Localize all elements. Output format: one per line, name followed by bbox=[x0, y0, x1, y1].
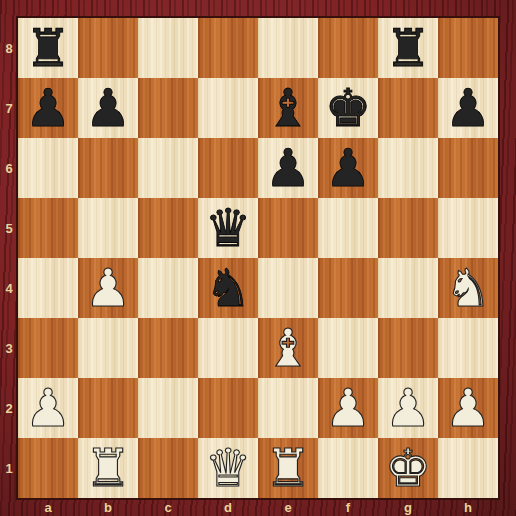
square-e4[interactable] bbox=[258, 258, 318, 318]
square-h8[interactable] bbox=[438, 18, 498, 78]
square-d3[interactable] bbox=[198, 318, 258, 378]
piece-white-pawn-g2[interactable]: ♟ bbox=[385, 382, 432, 434]
square-g1[interactable]: ♚ bbox=[378, 438, 438, 498]
piece-white-rook-e1[interactable]: ♜ bbox=[265, 442, 312, 494]
square-h6[interactable] bbox=[438, 138, 498, 198]
square-e3[interactable]: ♝ bbox=[258, 318, 318, 378]
square-d2[interactable] bbox=[198, 378, 258, 438]
square-c2[interactable] bbox=[138, 378, 198, 438]
rank-label-8: 8 bbox=[0, 18, 18, 78]
piece-white-queen-d1[interactable]: ♛ bbox=[205, 442, 252, 494]
square-h1[interactable] bbox=[438, 438, 498, 498]
file-label-c: c bbox=[138, 498, 198, 516]
square-a5[interactable] bbox=[18, 198, 78, 258]
file-label-a: a bbox=[18, 498, 78, 516]
piece-black-pawn-a7[interactable]: ♟ bbox=[25, 82, 72, 134]
square-c6[interactable] bbox=[138, 138, 198, 198]
square-a3[interactable] bbox=[18, 318, 78, 378]
piece-black-pawn-f6[interactable]: ♟ bbox=[325, 142, 372, 194]
rank-label-2: 2 bbox=[0, 378, 18, 438]
square-f2[interactable]: ♟ bbox=[318, 378, 378, 438]
square-g2[interactable]: ♟ bbox=[378, 378, 438, 438]
square-e5[interactable] bbox=[258, 198, 318, 258]
file-label-d: d bbox=[198, 498, 258, 516]
rank-label-1: 1 bbox=[0, 438, 18, 498]
piece-black-rook-a8[interactable]: ♜ bbox=[25, 22, 72, 74]
square-g7[interactable] bbox=[378, 78, 438, 138]
square-f8[interactable] bbox=[318, 18, 378, 78]
square-d7[interactable] bbox=[198, 78, 258, 138]
file-label-b: b bbox=[78, 498, 138, 516]
square-b8[interactable] bbox=[78, 18, 138, 78]
square-f4[interactable] bbox=[318, 258, 378, 318]
square-a2[interactable]: ♟ bbox=[18, 378, 78, 438]
square-h5[interactable] bbox=[438, 198, 498, 258]
piece-white-bishop-e3[interactable]: ♝ bbox=[265, 322, 312, 374]
square-g5[interactable] bbox=[378, 198, 438, 258]
rank-labels: 87654321 bbox=[0, 18, 18, 498]
piece-black-queen-d5[interactable]: ♛ bbox=[205, 202, 252, 254]
square-e1[interactable]: ♜ bbox=[258, 438, 318, 498]
square-d1[interactable]: ♛ bbox=[198, 438, 258, 498]
square-b1[interactable]: ♜ bbox=[78, 438, 138, 498]
square-a6[interactable] bbox=[18, 138, 78, 198]
square-e2[interactable] bbox=[258, 378, 318, 438]
square-b4[interactable]: ♟ bbox=[78, 258, 138, 318]
square-e6[interactable]: ♟ bbox=[258, 138, 318, 198]
piece-white-pawn-f2[interactable]: ♟ bbox=[325, 382, 372, 434]
square-c4[interactable] bbox=[138, 258, 198, 318]
square-d5[interactable]: ♛ bbox=[198, 198, 258, 258]
file-label-e: e bbox=[258, 498, 318, 516]
square-h2[interactable]: ♟ bbox=[438, 378, 498, 438]
square-a7[interactable]: ♟ bbox=[18, 78, 78, 138]
square-g4[interactable] bbox=[378, 258, 438, 318]
piece-black-pawn-e6[interactable]: ♟ bbox=[265, 142, 312, 194]
square-b7[interactable]: ♟ bbox=[78, 78, 138, 138]
piece-black-pawn-b7[interactable]: ♟ bbox=[85, 82, 132, 134]
rank-label-6: 6 bbox=[0, 138, 18, 198]
piece-white-pawn-h2[interactable]: ♟ bbox=[445, 382, 492, 434]
piece-white-pawn-a2[interactable]: ♟ bbox=[25, 382, 72, 434]
chess-board-frame: 87654321 abcdefgh ♜♜♟♟♝♚♟♟♟♛♟♞♞♝♟♟♟♟♜♛♜♚ bbox=[0, 0, 516, 516]
piece-black-bishop-e7[interactable]: ♝ bbox=[265, 82, 312, 134]
rank-label-5: 5 bbox=[0, 198, 18, 258]
piece-black-pawn-h7[interactable]: ♟ bbox=[445, 82, 492, 134]
piece-black-king-f7[interactable]: ♚ bbox=[325, 82, 372, 134]
square-f7[interactable]: ♚ bbox=[318, 78, 378, 138]
square-d6[interactable] bbox=[198, 138, 258, 198]
square-g8[interactable]: ♜ bbox=[378, 18, 438, 78]
square-a8[interactable]: ♜ bbox=[18, 18, 78, 78]
square-a4[interactable] bbox=[18, 258, 78, 318]
square-e8[interactable] bbox=[258, 18, 318, 78]
square-g6[interactable] bbox=[378, 138, 438, 198]
square-h4[interactable]: ♞ bbox=[438, 258, 498, 318]
square-c1[interactable] bbox=[138, 438, 198, 498]
square-g3[interactable] bbox=[378, 318, 438, 378]
chess-board: ♜♜♟♟♝♚♟♟♟♛♟♞♞♝♟♟♟♟♜♛♜♚ bbox=[18, 18, 498, 498]
square-c3[interactable] bbox=[138, 318, 198, 378]
square-b6[interactable] bbox=[78, 138, 138, 198]
rank-label-3: 3 bbox=[0, 318, 18, 378]
square-c5[interactable] bbox=[138, 198, 198, 258]
piece-black-rook-g8[interactable]: ♜ bbox=[385, 22, 432, 74]
square-b5[interactable] bbox=[78, 198, 138, 258]
square-d8[interactable] bbox=[198, 18, 258, 78]
square-b3[interactable] bbox=[78, 318, 138, 378]
piece-white-king-g1[interactable]: ♚ bbox=[385, 442, 432, 494]
square-c8[interactable] bbox=[138, 18, 198, 78]
rank-label-7: 7 bbox=[0, 78, 18, 138]
square-h3[interactable] bbox=[438, 318, 498, 378]
square-d4[interactable]: ♞ bbox=[198, 258, 258, 318]
square-f6[interactable]: ♟ bbox=[318, 138, 378, 198]
square-c7[interactable] bbox=[138, 78, 198, 138]
square-e7[interactable]: ♝ bbox=[258, 78, 318, 138]
square-f5[interactable] bbox=[318, 198, 378, 258]
piece-white-pawn-b4[interactable]: ♟ bbox=[85, 262, 132, 314]
square-h7[interactable]: ♟ bbox=[438, 78, 498, 138]
square-f1[interactable] bbox=[318, 438, 378, 498]
rank-label-4: 4 bbox=[0, 258, 18, 318]
piece-black-knight-d4[interactable]: ♞ bbox=[205, 262, 252, 314]
file-label-f: f bbox=[318, 498, 378, 516]
square-f3[interactable] bbox=[318, 318, 378, 378]
file-label-h: h bbox=[438, 498, 498, 516]
file-labels: abcdefgh bbox=[18, 498, 498, 516]
piece-white-knight-h4[interactable]: ♞ bbox=[445, 262, 492, 314]
square-b2[interactable] bbox=[78, 378, 138, 438]
file-label-g: g bbox=[378, 498, 438, 516]
piece-white-rook-b1[interactable]: ♜ bbox=[85, 442, 132, 494]
square-a1[interactable] bbox=[18, 438, 78, 498]
